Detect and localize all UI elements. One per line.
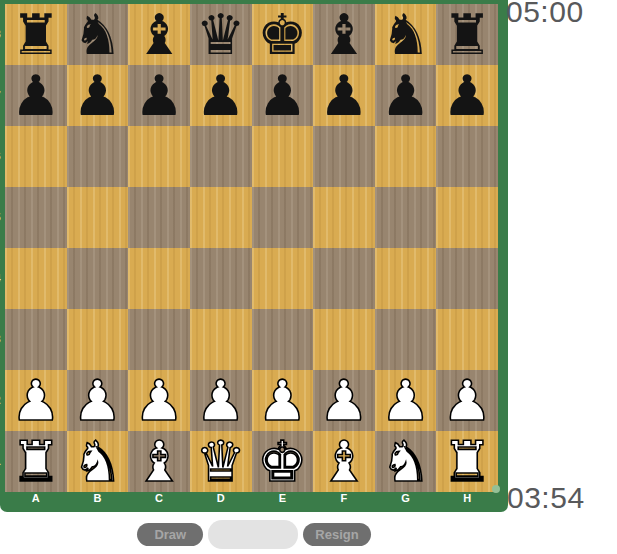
square-h3[interactable] [436, 309, 498, 370]
square-g1[interactable]: ♞ [375, 431, 437, 492]
rank-label-5: 5 [0, 187, 7, 248]
black-knight-b8[interactable]: ♞ [67, 4, 129, 65]
square-e6[interactable] [252, 126, 314, 187]
square-b2[interactable]: ♟ [67, 370, 129, 431]
rank-label-1: 1 [0, 431, 7, 492]
square-e1[interactable]: ♚ [252, 431, 314, 492]
rank-label-6: 6 [0, 126, 7, 187]
square-b1[interactable]: ♞ [67, 431, 129, 492]
square-d3[interactable] [190, 309, 252, 370]
square-f5[interactable] [313, 187, 375, 248]
square-f8[interactable]: ♝ [313, 4, 375, 65]
white-knight-g1[interactable]: ♞ [375, 431, 437, 492]
square-e8[interactable]: ♚ [252, 4, 314, 65]
square-c6[interactable] [128, 126, 190, 187]
rank-label-8: 8 [0, 4, 7, 65]
white-bishop-c1[interactable]: ♝ [128, 431, 190, 492]
square-d4[interactable] [190, 248, 252, 309]
black-pawn-h7[interactable]: ♟ [436, 65, 498, 126]
rank-label-7: 7 [0, 65, 7, 126]
file-label-f: F [313, 491, 375, 507]
square-d5[interactable] [190, 187, 252, 248]
square-b6[interactable] [67, 126, 129, 187]
square-g8[interactable]: ♞ [375, 4, 437, 65]
white-pawn-f2[interactable]: ♟ [313, 370, 375, 431]
file-label-b: B [67, 491, 129, 507]
square-g5[interactable] [375, 187, 437, 248]
file-label-g: G [375, 491, 437, 507]
square-e7[interactable]: ♟ [252, 65, 314, 126]
white-rook-h1[interactable]: ♜ [436, 431, 498, 492]
file-label-h: H [436, 491, 498, 507]
square-f7[interactable]: ♟ [313, 65, 375, 126]
resign-button[interactable]: Resign [303, 523, 370, 546]
square-h6[interactable] [436, 126, 498, 187]
black-clock: 05:00 [506, 0, 584, 29]
black-pawn-a7[interactable]: ♟ [5, 65, 67, 126]
square-d7[interactable]: ♟ [190, 65, 252, 126]
rank-label-3: 3 [0, 309, 7, 370]
square-c8[interactable]: ♝ [128, 4, 190, 65]
black-pawn-e7[interactable]: ♟ [252, 65, 314, 126]
square-d8[interactable]: ♛ [190, 4, 252, 65]
square-f1[interactable]: ♝ [313, 431, 375, 492]
square-h5[interactable] [436, 187, 498, 248]
square-h2[interactable]: ♟ [436, 370, 498, 431]
square-e4[interactable] [252, 248, 314, 309]
black-bishop-f8[interactable]: ♝ [313, 4, 375, 65]
board-squares: ♜♞♝♛♚♝♞♜♟♟♟♟♟♟♟♟♟♟♟♟♟♟♟♟♜♞♝♛♚♝♞♜ [5, 4, 498, 492]
white-pawn-a2[interactable]: ♟ [5, 370, 67, 431]
black-rook-h8[interactable]: ♜ [436, 4, 498, 65]
square-c1[interactable]: ♝ [128, 431, 190, 492]
file-label-d: D [190, 491, 252, 507]
controls-bar: Draw Resign [0, 519, 508, 550]
square-a2[interactable]: ♟ [5, 370, 67, 431]
rank-label-4: 4 [0, 248, 7, 309]
square-a5[interactable] [5, 187, 67, 248]
white-pawn-h2[interactable]: ♟ [436, 370, 498, 431]
resize-handle-dot[interactable] [492, 485, 500, 493]
empty-pill-button[interactable] [208, 520, 298, 549]
white-pawn-g2[interactable]: ♟ [375, 370, 437, 431]
rank-labels: 87654321 [0, 4, 7, 492]
square-f6[interactable] [313, 126, 375, 187]
square-c3[interactable] [128, 309, 190, 370]
file-label-a: A [5, 491, 67, 507]
black-rook-a8[interactable]: ♜ [5, 4, 67, 65]
black-bishop-c8[interactable]: ♝ [128, 4, 190, 65]
file-label-e: E [252, 491, 314, 507]
square-g3[interactable] [375, 309, 437, 370]
file-labels: ABCDEFGH [5, 491, 498, 507]
square-b7[interactable]: ♟ [67, 65, 129, 126]
square-f2[interactable]: ♟ [313, 370, 375, 431]
black-pawn-d7[interactable]: ♟ [190, 65, 252, 126]
square-c5[interactable] [128, 187, 190, 248]
square-g6[interactable] [375, 126, 437, 187]
square-a1[interactable]: ♜ [5, 431, 67, 492]
white-clock: 03:54 [507, 481, 585, 515]
white-pawn-b2[interactable]: ♟ [67, 370, 129, 431]
square-a7[interactable]: ♟ [5, 65, 67, 126]
white-queen-d1[interactable]: ♛ [190, 431, 252, 492]
white-knight-b1[interactable]: ♞ [67, 431, 129, 492]
square-h4[interactable] [436, 248, 498, 309]
black-king-e8[interactable]: ♚ [252, 4, 314, 65]
white-king-e1[interactable]: ♚ [252, 431, 314, 492]
square-a6[interactable] [5, 126, 67, 187]
white-pawn-c2[interactable]: ♟ [128, 370, 190, 431]
square-d1[interactable]: ♛ [190, 431, 252, 492]
square-h7[interactable]: ♟ [436, 65, 498, 126]
square-a3[interactable] [5, 309, 67, 370]
black-pawn-f7[interactable]: ♟ [313, 65, 375, 126]
file-label-c: C [128, 491, 190, 507]
square-b3[interactable] [67, 309, 129, 370]
square-b4[interactable] [67, 248, 129, 309]
square-e3[interactable] [252, 309, 314, 370]
square-g7[interactable]: ♟ [375, 65, 437, 126]
square-f4[interactable] [313, 248, 375, 309]
black-pawn-g7[interactable]: ♟ [375, 65, 437, 126]
square-b5[interactable] [67, 187, 129, 248]
draw-button[interactable]: Draw [137, 523, 203, 546]
rank-label-2: 2 [0, 370, 7, 431]
white-pawn-e2[interactable]: ♟ [252, 370, 314, 431]
square-g4[interactable] [375, 248, 437, 309]
white-rook-a1[interactable]: ♜ [5, 431, 67, 492]
square-h1[interactable]: ♜ [436, 431, 498, 492]
square-a4[interactable] [5, 248, 67, 309]
black-pawn-b7[interactable]: ♟ [67, 65, 129, 126]
black-pawn-c7[interactable]: ♟ [128, 65, 190, 126]
white-bishop-f1[interactable]: ♝ [313, 431, 375, 492]
chess-board: ♜♞♝♛♚♝♞♜♟♟♟♟♟♟♟♟♟♟♟♟♟♟♟♟♜♞♝♛♚♝♞♜ 8765432… [0, 0, 508, 512]
square-a8[interactable]: ♜ [5, 4, 67, 65]
square-c7[interactable]: ♟ [128, 65, 190, 126]
white-pawn-d2[interactable]: ♟ [190, 370, 252, 431]
square-c4[interactable] [128, 248, 190, 309]
square-d6[interactable] [190, 126, 252, 187]
square-f3[interactable] [313, 309, 375, 370]
black-knight-g8[interactable]: ♞ [375, 4, 437, 65]
square-e2[interactable]: ♟ [252, 370, 314, 431]
square-e5[interactable] [252, 187, 314, 248]
square-h8[interactable]: ♜ [436, 4, 498, 65]
square-b8[interactable]: ♞ [67, 4, 129, 65]
black-queen-d8[interactable]: ♛ [190, 4, 252, 65]
square-c2[interactable]: ♟ [128, 370, 190, 431]
square-d2[interactable]: ♟ [190, 370, 252, 431]
square-g2[interactable]: ♟ [375, 370, 437, 431]
